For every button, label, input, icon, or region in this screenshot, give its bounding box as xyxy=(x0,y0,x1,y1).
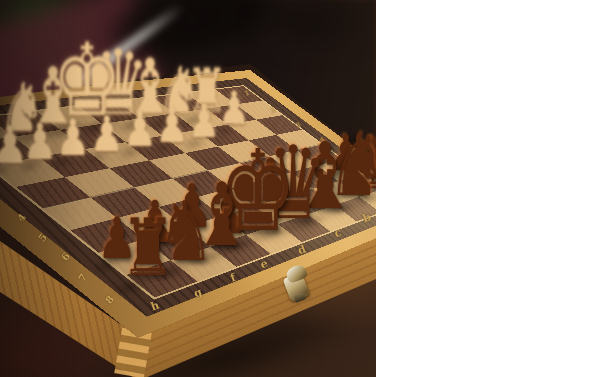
piece-white-p-f2: ♟ xyxy=(56,113,91,163)
piece-white-p-c2: ♟ xyxy=(155,101,189,149)
piece-white-p-a2: ♟ xyxy=(218,85,250,131)
dark-shadow-blur-2 xyxy=(238,0,376,59)
page: hgfedcb456781234 ♜♞♝♛♚♟♝♞♟♟♟♟♟♟♟♟♜♞♝♛♟♟♚… xyxy=(0,0,600,377)
piece-white-p-e2: ♟ xyxy=(90,110,124,159)
piece-white-p-d2: ♟ xyxy=(123,105,157,154)
piece-white-p-h2: ♟ xyxy=(0,119,28,171)
piece-black-r-h8: ♜ xyxy=(120,209,175,288)
white-margin xyxy=(376,0,600,377)
piece-white-p-b2: ♟ xyxy=(188,98,220,144)
chess-photo: hgfedcb456781234 ♜♞♝♛♚♟♝♞♟♟♟♟♟♟♟♟♜♞♝♛♟♟♚… xyxy=(0,0,376,377)
